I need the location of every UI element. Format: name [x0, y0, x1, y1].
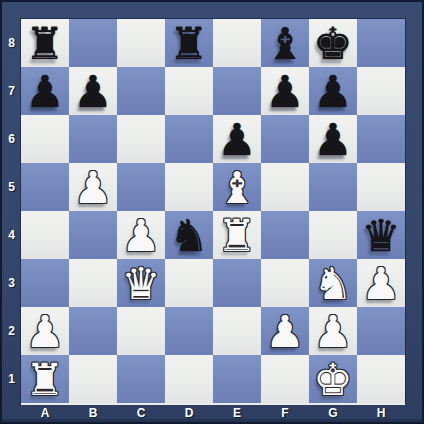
piece-white-knight[interactable]: ♞: [309, 259, 357, 307]
square-h7[interactable]: [357, 67, 405, 115]
square-c2[interactable]: [117, 307, 165, 355]
square-c7[interactable]: [117, 67, 165, 115]
square-b6[interactable]: [69, 115, 117, 163]
rank-label-5: 5: [2, 163, 21, 211]
piece-white-king[interactable]: ♚: [309, 355, 357, 403]
piece-black-rook[interactable]: ♜: [21, 19, 69, 67]
rank-label-4: 4: [2, 211, 21, 259]
square-d8[interactable]: ♜: [165, 19, 213, 67]
piece-white-pawn[interactable]: ♟: [117, 211, 165, 259]
piece-black-bishop[interactable]: ♝: [261, 19, 309, 67]
square-f4[interactable]: [261, 211, 309, 259]
square-c3[interactable]: ♛: [117, 259, 165, 307]
rank-label-1: 1: [2, 355, 21, 403]
square-h8[interactable]: [357, 19, 405, 67]
square-e5[interactable]: ♝: [213, 163, 261, 211]
square-a6[interactable]: [21, 115, 69, 163]
piece-black-pawn[interactable]: ♟: [261, 67, 309, 115]
piece-black-pawn[interactable]: ♟: [69, 67, 117, 115]
square-h3[interactable]: ♟: [357, 259, 405, 307]
rank-label-7: 7: [2, 67, 21, 115]
square-a1[interactable]: ♜: [21, 355, 69, 403]
piece-white-pawn[interactable]: ♟: [309, 307, 357, 355]
square-f7[interactable]: ♟: [261, 67, 309, 115]
square-f6[interactable]: [261, 115, 309, 163]
square-e1[interactable]: [213, 355, 261, 403]
square-b8[interactable]: [69, 19, 117, 67]
square-b3[interactable]: [69, 259, 117, 307]
piece-black-pawn[interactable]: ♟: [213, 115, 261, 163]
square-g7[interactable]: ♟: [309, 67, 357, 115]
square-d3[interactable]: [165, 259, 213, 307]
piece-white-queen[interactable]: ♛: [117, 259, 165, 307]
square-b7[interactable]: ♟: [69, 67, 117, 115]
square-e2[interactable]: [213, 307, 261, 355]
square-b2[interactable]: [69, 307, 117, 355]
rank-label-2: 2: [2, 307, 21, 355]
square-d6[interactable]: [165, 115, 213, 163]
piece-black-pawn[interactable]: ♟: [21, 67, 69, 115]
piece-white-rook[interactable]: ♜: [21, 355, 69, 403]
rank-label-8: 8: [2, 19, 21, 67]
square-a7[interactable]: ♟: [21, 67, 69, 115]
square-c5[interactable]: [117, 163, 165, 211]
piece-black-king[interactable]: ♚: [309, 19, 357, 67]
square-c1[interactable]: [117, 355, 165, 403]
piece-white-rook[interactable]: ♜: [213, 211, 261, 259]
piece-white-pawn[interactable]: ♟: [69, 163, 117, 211]
piece-black-queen[interactable]: ♛: [357, 211, 405, 259]
frame-bottom-edge: [2, 419, 422, 422]
square-a8[interactable]: ♜: [21, 19, 69, 67]
square-g2[interactable]: ♟: [309, 307, 357, 355]
piece-black-rook[interactable]: ♜: [165, 19, 213, 67]
piece-black-pawn[interactable]: ♟: [309, 67, 357, 115]
square-f2[interactable]: ♟: [261, 307, 309, 355]
square-g5[interactable]: [309, 163, 357, 211]
square-a5[interactable]: [21, 163, 69, 211]
piece-white-pawn[interactable]: ♟: [357, 259, 405, 307]
square-f8[interactable]: ♝: [261, 19, 309, 67]
square-g3[interactable]: ♞: [309, 259, 357, 307]
chess-board-frame: 87654321 ♜♜♝♚♟♟♟♟♟♟♟♝♟♞♜♛♛♞♟♟♟♟♜♚ ABCDEF…: [0, 0, 424, 424]
piece-black-knight[interactable]: ♞: [165, 211, 213, 259]
chess-board: ♜♜♝♚♟♟♟♟♟♟♟♝♟♞♜♛♛♞♟♟♟♟♜♚: [21, 19, 405, 403]
rank-label-6: 6: [2, 115, 21, 163]
square-e3[interactable]: [213, 259, 261, 307]
piece-white-pawn[interactable]: ♟: [261, 307, 309, 355]
square-c8[interactable]: [117, 19, 165, 67]
square-a4[interactable]: [21, 211, 69, 259]
square-b5[interactable]: ♟: [69, 163, 117, 211]
square-g4[interactable]: [309, 211, 357, 259]
rank-label-3: 3: [2, 259, 21, 307]
rank-labels: 87654321: [2, 19, 21, 403]
piece-white-pawn[interactable]: ♟: [21, 307, 69, 355]
square-g6[interactable]: ♟: [309, 115, 357, 163]
square-e8[interactable]: [213, 19, 261, 67]
square-d5[interactable]: [165, 163, 213, 211]
square-b1[interactable]: [69, 355, 117, 403]
square-h5[interactable]: [357, 163, 405, 211]
square-e6[interactable]: ♟: [213, 115, 261, 163]
square-d4[interactable]: ♞: [165, 211, 213, 259]
square-h2[interactable]: [357, 307, 405, 355]
square-d1[interactable]: [165, 355, 213, 403]
square-a2[interactable]: ♟: [21, 307, 69, 355]
square-h1[interactable]: [357, 355, 405, 403]
square-g1[interactable]: ♚: [309, 355, 357, 403]
square-a3[interactable]: [21, 259, 69, 307]
square-f5[interactable]: [261, 163, 309, 211]
square-f1[interactable]: [261, 355, 309, 403]
square-b4[interactable]: [69, 211, 117, 259]
square-h4[interactable]: ♛: [357, 211, 405, 259]
square-c4[interactable]: ♟: [117, 211, 165, 259]
piece-white-bishop[interactable]: ♝: [213, 163, 261, 211]
square-d2[interactable]: [165, 307, 213, 355]
square-d7[interactable]: [165, 67, 213, 115]
piece-black-pawn[interactable]: ♟: [309, 115, 357, 163]
square-c6[interactable]: [117, 115, 165, 163]
square-e7[interactable]: [213, 67, 261, 115]
square-e4[interactable]: ♜: [213, 211, 261, 259]
square-h6[interactable]: [357, 115, 405, 163]
square-g8[interactable]: ♚: [309, 19, 357, 67]
square-f3[interactable]: [261, 259, 309, 307]
